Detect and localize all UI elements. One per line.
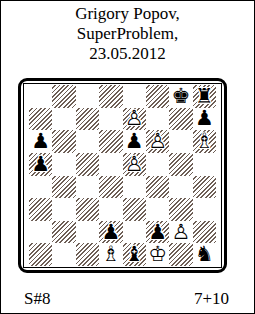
piece-halo: ♝ bbox=[123, 243, 146, 266]
square-h7: ♟♟ bbox=[193, 108, 216, 131]
piece-halo: ♚ bbox=[146, 243, 169, 266]
piece-halo: ♞ bbox=[193, 243, 216, 266]
square-f5 bbox=[146, 153, 169, 176]
piece-black-pawn: ♟ bbox=[29, 153, 52, 176]
square-h8: ♜♜ bbox=[193, 85, 216, 108]
square-h4 bbox=[193, 176, 216, 199]
piece-black-pawn: ♟ bbox=[99, 221, 122, 244]
square-h1: ♞♞ bbox=[193, 243, 216, 266]
square-f1: ♚♔ bbox=[146, 243, 169, 266]
square-f6: ♟♙ bbox=[146, 130, 169, 153]
piece-halo: ♟ bbox=[146, 221, 169, 244]
square-g1 bbox=[169, 243, 192, 266]
square-d1: ♝♗ bbox=[99, 243, 122, 266]
square-a7 bbox=[29, 108, 52, 131]
square-f7 bbox=[146, 108, 169, 131]
diagram-page: Grigory Popov, SuperProblem, 23.05.2012 … bbox=[0, 0, 255, 314]
square-h2 bbox=[193, 221, 216, 244]
square-d3 bbox=[99, 198, 122, 221]
square-e2 bbox=[123, 221, 146, 244]
piece-halo: ♟ bbox=[99, 221, 122, 244]
square-d5 bbox=[99, 153, 122, 176]
problem-header: Grigory Popov, SuperProblem, 23.05.2012 bbox=[1, 4, 254, 64]
piece-black-king: ♚ bbox=[169, 85, 192, 108]
square-d8 bbox=[99, 85, 122, 108]
square-a2 bbox=[29, 221, 52, 244]
piece-white-bishop: ♗ bbox=[193, 130, 216, 153]
date-line: 23.05.2012 bbox=[1, 44, 254, 64]
square-g5 bbox=[169, 153, 192, 176]
square-c7 bbox=[76, 108, 99, 131]
piece-halo: ♟ bbox=[169, 221, 192, 244]
square-d4 bbox=[99, 176, 122, 199]
square-b5 bbox=[52, 153, 75, 176]
piece-halo: ♟ bbox=[29, 130, 52, 153]
square-f4 bbox=[146, 176, 169, 199]
square-e8 bbox=[123, 85, 146, 108]
piece-halo: ♜ bbox=[193, 85, 216, 108]
square-d2: ♟♟ bbox=[99, 221, 122, 244]
piece-halo: ♟ bbox=[123, 130, 146, 153]
square-b8 bbox=[52, 85, 75, 108]
piece-halo: ♟ bbox=[146, 130, 169, 153]
piece-halo: ♟ bbox=[193, 108, 216, 131]
square-b3 bbox=[52, 198, 75, 221]
piece-black-knight: ♞ bbox=[193, 243, 216, 266]
square-g4 bbox=[169, 176, 192, 199]
square-c1 bbox=[76, 243, 99, 266]
square-c3 bbox=[76, 198, 99, 221]
piece-white-pawn: ♙ bbox=[123, 108, 146, 131]
square-a4 bbox=[29, 176, 52, 199]
piece-halo: ♟ bbox=[123, 108, 146, 131]
piece-black-rook: ♜ bbox=[193, 85, 216, 108]
piece-count-label: 7+10 bbox=[194, 289, 229, 309]
square-b7 bbox=[52, 108, 75, 131]
piece-halo: ♚ bbox=[169, 85, 192, 108]
square-e4 bbox=[123, 176, 146, 199]
square-g8: ♚♚ bbox=[169, 85, 192, 108]
square-c2 bbox=[76, 221, 99, 244]
square-h3 bbox=[193, 198, 216, 221]
author-line: Grigory Popov, bbox=[1, 4, 254, 24]
square-d7 bbox=[99, 108, 122, 131]
square-a6: ♟♟ bbox=[29, 130, 52, 153]
square-g3 bbox=[169, 198, 192, 221]
square-h5 bbox=[193, 153, 216, 176]
square-b1 bbox=[52, 243, 75, 266]
piece-black-pawn: ♟ bbox=[29, 130, 52, 153]
square-e5: ♟♙ bbox=[123, 153, 146, 176]
board-frame-outer: ♚♚♜♜♟♙♟♟♟♟♟♟♟♙♝♗♟♟♟♙♟♟♟♟♟♙♝♗♝♝♚♔♞♞ bbox=[18, 78, 227, 273]
square-e6: ♟♟ bbox=[123, 130, 146, 153]
square-b6 bbox=[52, 130, 75, 153]
piece-black-pawn: ♟ bbox=[193, 108, 216, 131]
square-a1 bbox=[29, 243, 52, 266]
piece-black-pawn: ♟ bbox=[146, 221, 169, 244]
square-e3 bbox=[123, 198, 146, 221]
square-f3 bbox=[146, 198, 169, 221]
square-f2: ♟♟ bbox=[146, 221, 169, 244]
square-a3 bbox=[29, 198, 52, 221]
square-e1: ♝♝ bbox=[123, 243, 146, 266]
square-e7: ♟♙ bbox=[123, 108, 146, 131]
square-f8 bbox=[146, 85, 169, 108]
square-c4 bbox=[76, 176, 99, 199]
board-area: ♚♚♜♜♟♙♟♟♟♟♟♟♟♙♝♗♟♟♟♙♟♟♟♟♟♙♝♗♝♝♚♔♞♞ bbox=[18, 78, 227, 273]
square-d6 bbox=[99, 130, 122, 153]
square-h6: ♝♗ bbox=[193, 130, 216, 153]
caption-row: S#8 7+10 bbox=[1, 289, 254, 309]
piece-halo: ♝ bbox=[193, 130, 216, 153]
piece-white-pawn: ♙ bbox=[146, 130, 169, 153]
source-line: SuperProblem, bbox=[1, 24, 254, 44]
stipulation-label: S#8 bbox=[24, 289, 50, 309]
square-c5 bbox=[76, 153, 99, 176]
square-b2 bbox=[52, 221, 75, 244]
square-c8 bbox=[76, 85, 99, 108]
square-b4 bbox=[52, 176, 75, 199]
square-a5: ♟♟ bbox=[29, 153, 52, 176]
square-g6 bbox=[169, 130, 192, 153]
piece-white-king: ♔ bbox=[146, 243, 169, 266]
square-a8 bbox=[29, 85, 52, 108]
piece-halo: ♝ bbox=[99, 243, 122, 266]
piece-halo: ♟ bbox=[29, 153, 52, 176]
piece-white-pawn: ♙ bbox=[169, 221, 192, 244]
chess-board: ♚♚♜♜♟♙♟♟♟♟♟♟♟♙♝♗♟♟♟♙♟♟♟♟♟♙♝♗♝♝♚♔♞♞ bbox=[29, 85, 216, 266]
piece-black-bishop: ♝ bbox=[123, 243, 146, 266]
piece-halo: ♟ bbox=[123, 153, 146, 176]
square-c6 bbox=[76, 130, 99, 153]
board-frame-inner: ♚♚♜♜♟♙♟♟♟♟♟♟♟♙♝♗♟♟♟♙♟♟♟♟♟♙♝♗♝♝♚♔♞♞ bbox=[23, 83, 222, 268]
square-g7 bbox=[169, 108, 192, 131]
square-g2: ♟♙ bbox=[169, 221, 192, 244]
piece-white-bishop: ♗ bbox=[99, 243, 122, 266]
piece-white-pawn: ♙ bbox=[123, 153, 146, 176]
piece-black-pawn: ♟ bbox=[123, 130, 146, 153]
